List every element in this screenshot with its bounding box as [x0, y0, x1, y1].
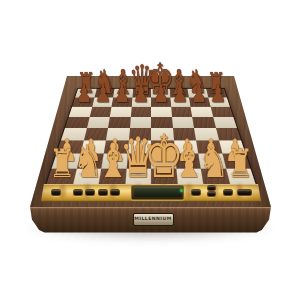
piece-white-r-h1[interactable]: ♜ — [227, 144, 253, 183]
piece-black-p-c7[interactable]: ♟ — [114, 81, 130, 106]
piece-black-p-b7[interactable]: ♟ — [95, 81, 111, 106]
stage: MILLENNIUM ♜♞♝♛♚♝♞♜♟♟♟♟♟♟♟♟♟♟♟♟♟♟♟♟♜♞♝♛♚… — [0, 0, 300, 300]
piece-black-p-f7[interactable]: ♟ — [172, 81, 188, 106]
pieces-layer: ♜♞♝♛♚♝♞♜♟♟♟♟♟♟♟♟♟♟♟♟♟♟♟♟♜♞♝♛♚♝♞♜ — [0, 0, 300, 300]
piece-black-p-h7[interactable]: ♟ — [210, 81, 226, 106]
piece-black-p-a7[interactable]: ♟ — [75, 81, 91, 106]
piece-black-p-g7[interactable]: ♟ — [191, 81, 207, 106]
piece-white-r-a1[interactable]: ♜ — [49, 144, 75, 183]
piece-white-n-g1[interactable]: ♞ — [199, 139, 229, 184]
piece-black-p-d7[interactable]: ♟ — [133, 81, 149, 106]
piece-black-p-e7[interactable]: ♟ — [152, 81, 168, 106]
